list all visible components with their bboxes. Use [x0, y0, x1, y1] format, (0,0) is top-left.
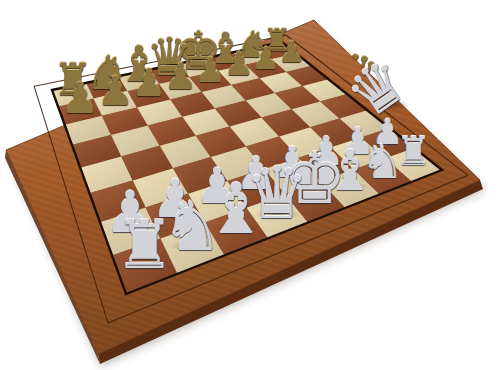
piece-brass-pawn-a7[interactable]: ♟	[60, 77, 99, 120]
piece-brass-pawn-d7[interactable]: ♟	[164, 59, 197, 95]
piece-brass-pawn-e7[interactable]: ♟	[195, 53, 226, 88]
piece-silver-rook-a1[interactable]: ♜	[114, 211, 174, 277]
piece-brass-pawn-b7[interactable]: ♟	[97, 70, 133, 111]
piece-brass-pawn-f7[interactable]: ♟	[224, 48, 253, 81]
chess-set-photo: ♜♞♝♛♚♝♞♜♟♟♟♟♟♟♟♟♟♟♟♟♟♟♟♟♜♞♝♛♚♝♞♜♛♛	[0, 0, 500, 370]
piece-brass-pawn-h7[interactable]: ♟	[278, 39, 305, 69]
piece-brass-pawn-g7[interactable]: ♟	[252, 43, 280, 74]
piece-brass-pawn-c7[interactable]: ♟	[131, 65, 165, 103]
